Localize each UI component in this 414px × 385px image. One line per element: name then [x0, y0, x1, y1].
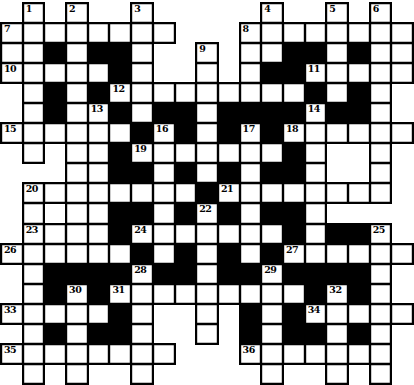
crossword-void	[391, 183, 413, 203]
crossword-cell-white[interactable]	[66, 304, 88, 324]
crossword-cell-black	[261, 244, 283, 264]
crossword-cell-black	[109, 324, 131, 344]
crossword-cell-white[interactable]	[370, 163, 392, 183]
crossword-void	[196, 23, 218, 43]
crossword-cell-white[interactable]	[370, 183, 392, 203]
crossword-void	[109, 3, 131, 23]
crossword-void	[283, 364, 305, 384]
crossword-cell-white[interactable]	[109, 344, 131, 364]
crossword-cell-black	[44, 43, 66, 63]
clue-number: 28	[132, 264, 153, 275]
crossword-cell-white[interactable]	[370, 244, 392, 264]
crossword-cell-white[interactable]	[23, 244, 45, 264]
crossword-cell-white[interactable]: 14	[305, 103, 327, 123]
crossword-cell-white[interactable]	[88, 23, 110, 43]
crossword-cell-black	[283, 324, 305, 344]
crossword-cell-white[interactable]	[370, 304, 392, 324]
crossword-cell-white[interactable]	[348, 23, 370, 43]
crossword-void	[218, 304, 240, 324]
crossword-cell-white[interactable]	[348, 123, 370, 143]
crossword-cell-white[interactable]	[131, 43, 153, 63]
crossword-cell-white[interactable]	[66, 224, 88, 244]
crossword-cell-white[interactable]	[196, 63, 218, 83]
crossword-cell-white[interactable]	[261, 143, 283, 163]
crossword-cell-black	[305, 43, 327, 63]
crossword-cell-white[interactable]	[66, 143, 88, 163]
crossword-cell-black	[109, 224, 131, 244]
crossword-cell-white[interactable]	[196, 264, 218, 284]
crossword-cell-white[interactable]	[153, 344, 175, 364]
crossword-cell-white[interactable]	[326, 63, 348, 83]
crossword-void	[175, 304, 197, 324]
crossword-cell-white[interactable]	[44, 344, 66, 364]
crossword-cell-white[interactable]	[391, 304, 413, 324]
crossword-cell-white[interactable]	[88, 63, 110, 83]
crossword-cell-white[interactable]	[370, 344, 392, 364]
crossword-cell-white[interactable]	[44, 244, 66, 264]
crossword-cell-white[interactable]	[66, 364, 88, 384]
crossword-cell-white[interactable]	[196, 224, 218, 244]
clue-number: 24	[132, 224, 153, 235]
crossword-cell-white[interactable]	[261, 23, 283, 43]
crossword-cell-white[interactable]	[261, 43, 283, 63]
crossword-cell-white[interactable]	[131, 304, 153, 324]
crossword-cell-white[interactable]	[44, 304, 66, 324]
crossword-cell-white[interactable]	[305, 203, 327, 223]
crossword-cell-white[interactable]	[175, 183, 197, 203]
crossword-cell-white[interactable]	[240, 43, 262, 63]
crossword-cell-white[interactable]	[44, 63, 66, 83]
crossword-cell-black	[175, 244, 197, 264]
crossword-cell-white[interactable]	[240, 203, 262, 223]
crossword-cell-white[interactable]	[348, 344, 370, 364]
crossword-cell-white[interactable]	[23, 264, 45, 284]
crossword-cell-white[interactable]	[88, 203, 110, 223]
crossword-cell-white[interactable]: 20	[23, 183, 45, 203]
crossword-cell-white[interactable]: 18	[283, 123, 305, 143]
crossword-cell-white[interactable]	[391, 244, 413, 264]
crossword-cell-white[interactable]	[305, 23, 327, 43]
clue-number: 5	[327, 3, 348, 14]
crossword-cell-white[interactable]	[175, 284, 197, 304]
crossword-void	[391, 264, 413, 284]
crossword-cell-white[interactable]: 35	[1, 344, 23, 364]
crossword-void	[175, 344, 197, 364]
crossword-cell-white[interactable]	[153, 183, 175, 203]
crossword-cell-white[interactable]: 3	[131, 3, 153, 23]
crossword-cell-white[interactable]	[23, 43, 45, 63]
crossword-cell-white[interactable]	[153, 244, 175, 264]
crossword-void	[1, 224, 23, 244]
crossword-cell-white[interactable]	[370, 364, 392, 384]
crossword-cell-white[interactable]	[44, 23, 66, 43]
crossword-void	[391, 344, 413, 364]
crossword-void	[391, 324, 413, 344]
crossword-cell-white[interactable]	[283, 284, 305, 304]
crossword-cell-black	[218, 264, 240, 284]
crossword-cell-white[interactable]	[348, 63, 370, 83]
crossword-cell-white[interactable]	[370, 264, 392, 284]
crossword-cell-white[interactable]	[240, 163, 262, 183]
crossword-cell-white[interactable]: 23	[23, 224, 45, 244]
crossword-cell-black	[175, 163, 197, 183]
crossword-cell-white[interactable]	[88, 244, 110, 264]
crossword-cell-white[interactable]	[153, 224, 175, 244]
crossword-cell-white[interactable]: 24	[131, 224, 153, 244]
crossword-cell-white[interactable]	[88, 143, 110, 163]
crossword-cell-white[interactable]	[23, 364, 45, 384]
crossword-void	[391, 3, 413, 23]
crossword-void	[109, 364, 131, 384]
crossword-cell-white[interactable]	[88, 123, 110, 143]
crossword-cell-black	[153, 103, 175, 123]
crossword-cell-white[interactable]	[196, 123, 218, 143]
crossword-cell-white[interactable]	[88, 344, 110, 364]
crossword-cell-white[interactable]	[66, 203, 88, 223]
crossword-cell-white[interactable]	[131, 103, 153, 123]
crossword-cell-white[interactable]	[44, 224, 66, 244]
crossword-cell-black	[109, 63, 131, 83]
crossword-cell-white[interactable]	[153, 284, 175, 304]
crossword-void	[391, 143, 413, 163]
clue-number: 6	[371, 3, 392, 14]
crossword-void	[305, 3, 327, 23]
crossword-void	[196, 3, 218, 23]
crossword-cell-white[interactable]	[23, 23, 45, 43]
crossword-void	[1, 3, 23, 23]
crossword-cell-white[interactable]	[370, 143, 392, 163]
crossword-cell-white[interactable]	[326, 123, 348, 143]
crossword-cell-white[interactable]: 26	[1, 244, 23, 264]
crossword-void	[1, 103, 23, 123]
crossword-cell-white[interactable]	[391, 63, 413, 83]
crossword-cell-white[interactable]	[261, 344, 283, 364]
crossword-cell-white[interactable]: 9	[196, 43, 218, 63]
crossword-cell-white[interactable]	[175, 224, 197, 244]
crossword-cell-white[interactable]	[240, 183, 262, 203]
crossword-cell-black	[283, 264, 305, 284]
crossword-void	[196, 364, 218, 384]
crossword-cell-white[interactable]	[196, 103, 218, 123]
crossword-void	[1, 183, 23, 203]
crossword-cell-white[interactable]	[218, 143, 240, 163]
crossword-cell-white[interactable]	[326, 324, 348, 344]
crossword-cell-black	[305, 264, 327, 284]
crossword-cell-white[interactable]	[66, 83, 88, 103]
crossword-cell-white[interactable]	[23, 344, 45, 364]
crossword-cell-white[interactable]	[88, 224, 110, 244]
crossword-cell-white[interactable]: 31	[109, 284, 131, 304]
crossword-cell-white[interactable]: 11	[305, 63, 327, 83]
crossword-cell-white[interactable]: 13	[88, 103, 110, 123]
crossword-cell-white[interactable]	[326, 244, 348, 264]
crossword-cell-white[interactable]	[66, 23, 88, 43]
clue-number: 19	[132, 143, 153, 154]
crossword-cell-white[interactable]	[66, 183, 88, 203]
crossword-void	[153, 304, 175, 324]
crossword-cell-black	[348, 224, 370, 244]
crossword-cell-white[interactable]: 29	[261, 264, 283, 284]
clue-number: 17	[241, 123, 262, 134]
crossword-cell-white[interactable]	[196, 143, 218, 163]
crossword-cell-white[interactable]	[326, 364, 348, 384]
crossword-cell-white[interactable]: 28	[131, 264, 153, 284]
crossword-cell-white[interactable]: 30	[66, 284, 88, 304]
clue-number: 3	[132, 3, 153, 14]
crossword-cell-white[interactable]	[109, 123, 131, 143]
crossword-void	[218, 63, 240, 83]
crossword-cell-black	[131, 244, 153, 264]
crossword-cell-white[interactable]	[370, 103, 392, 123]
crossword-cell-white[interactable]: 12	[109, 83, 131, 103]
crossword-void	[88, 364, 110, 384]
crossword-void	[240, 3, 262, 23]
crossword-cell-white[interactable]: 33	[1, 304, 23, 324]
crossword-cell-black	[348, 83, 370, 103]
crossword-void	[218, 324, 240, 344]
crossword-cell-white[interactable]	[348, 304, 370, 324]
crossword-cell-white[interactable]	[326, 304, 348, 324]
crossword-cell-white[interactable]	[66, 324, 88, 344]
crossword-void	[153, 63, 175, 83]
crossword-cell-white[interactable]	[283, 83, 305, 103]
crossword-cell-black	[218, 203, 240, 223]
crossword-cell-white[interactable]	[23, 304, 45, 324]
crossword-cell-white[interactable]	[261, 284, 283, 304]
crossword-cell-black	[283, 63, 305, 83]
crossword-cell-black	[348, 324, 370, 344]
crossword-cell-black	[88, 83, 110, 103]
crossword-cell-white[interactable]	[66, 43, 88, 63]
crossword-cell-white[interactable]	[370, 63, 392, 83]
crossword-board: 1234567891011121314151617181920212223242…	[1, 3, 413, 384]
crossword-cell-white[interactable]	[175, 143, 197, 163]
crossword-cell-white[interactable]: 21	[218, 183, 240, 203]
crossword-cell-white[interactable]	[391, 123, 413, 143]
crossword-cell-white[interactable]	[131, 364, 153, 384]
crossword-cell-white[interactable]	[305, 183, 327, 203]
crossword-cell-white[interactable]	[23, 123, 45, 143]
crossword-void	[348, 143, 370, 163]
crossword-cell-white[interactable]: 4	[261, 3, 283, 23]
crossword-cell-white[interactable]	[326, 43, 348, 63]
crossword-cell-white[interactable]	[305, 244, 327, 264]
crossword-cell-white[interactable]: 7	[1, 23, 23, 43]
crossword-cell-black	[240, 264, 262, 284]
crossword-cell-white[interactable]	[175, 83, 197, 103]
crossword-cell-white[interactable]	[109, 183, 131, 203]
crossword-cell-white[interactable]	[153, 143, 175, 163]
crossword-cell-white[interactable]	[218, 284, 240, 304]
crossword-cell-white[interactable]	[44, 183, 66, 203]
crossword-void	[175, 23, 197, 43]
crossword-cell-white[interactable]	[370, 83, 392, 103]
crossword-cell-white[interactable]	[196, 83, 218, 103]
crossword-cell-white[interactable]	[370, 23, 392, 43]
crossword-cell-white[interactable]	[261, 324, 283, 344]
crossword-void	[1, 83, 23, 103]
crossword-cell-white[interactable]	[109, 244, 131, 264]
crossword-cell-white[interactable]	[88, 163, 110, 183]
crossword-cell-white[interactable]	[305, 224, 327, 244]
crossword-cell-white[interactable]	[66, 244, 88, 264]
clue-number: 10	[2, 63, 23, 74]
crossword-cell-white[interactable]	[261, 183, 283, 203]
crossword-cell-white[interactable]	[196, 284, 218, 304]
crossword-cell-white[interactable]	[1, 43, 23, 63]
crossword-cell-black	[283, 103, 305, 123]
crossword-cell-white[interactable]	[196, 324, 218, 344]
crossword-cell-white[interactable]	[391, 23, 413, 43]
crossword-cell-white[interactable]	[44, 123, 66, 143]
crossword-cell-white[interactable]: 2	[66, 3, 88, 23]
crossword-cell-black	[261, 103, 283, 123]
crossword-cell-white[interactable]	[196, 244, 218, 264]
crossword-void	[348, 3, 370, 23]
crossword-cell-white[interactable]: 16	[153, 123, 175, 143]
crossword-cell-white[interactable]	[326, 83, 348, 103]
crossword-cell-white[interactable]	[240, 63, 262, 83]
crossword-void	[218, 344, 240, 364]
crossword-cell-white[interactable]: 10	[1, 63, 23, 83]
crossword-cell-white[interactable]	[326, 183, 348, 203]
crossword-cell-white[interactable]: 36	[240, 344, 262, 364]
clue-number: 23	[24, 224, 45, 235]
crossword-cell-white[interactable]	[240, 224, 262, 244]
crossword-cell-white[interactable]	[131, 23, 153, 43]
crossword-cell-white[interactable]	[23, 284, 45, 304]
crossword-cell-white[interactable]	[131, 63, 153, 83]
crossword-void	[391, 364, 413, 384]
crossword-cell-white[interactable]	[131, 344, 153, 364]
crossword-cell-white[interactable]	[261, 364, 283, 384]
crossword-void	[175, 63, 197, 83]
crossword-cell-white[interactable]	[305, 143, 327, 163]
crossword-cell-white[interactable]	[326, 23, 348, 43]
crossword-void	[391, 284, 413, 304]
crossword-cell-white[interactable]: 27	[283, 244, 305, 264]
crossword-cell-white[interactable]	[391, 43, 413, 63]
crossword-cell-white[interactable]	[283, 23, 305, 43]
crossword-cell-white[interactable]: 5	[326, 3, 348, 23]
crossword-cell-white[interactable]: 17	[240, 123, 262, 143]
crossword-cell-white[interactable]	[370, 324, 392, 344]
crossword-cell-white[interactable]: 1	[23, 3, 45, 23]
crossword-cell-white[interactable]	[153, 23, 175, 43]
crossword-cell-white[interactable]	[23, 143, 45, 163]
crossword-cell-black	[109, 203, 131, 223]
crossword-cell-white[interactable]	[261, 83, 283, 103]
crossword-cell-white[interactable]	[131, 83, 153, 103]
clue-number: 31	[110, 284, 131, 295]
crossword-cell-white[interactable]	[305, 123, 327, 143]
crossword-cell-white[interactable]	[23, 103, 45, 123]
crossword-cell-black	[109, 264, 131, 284]
crossword-void	[44, 364, 66, 384]
crossword-cell-white[interactable]	[305, 344, 327, 364]
crossword-cell-white[interactable]	[131, 324, 153, 344]
crossword-cell-white[interactable]	[66, 344, 88, 364]
clue-number: 32	[327, 284, 348, 295]
crossword-cell-white[interactable]	[66, 63, 88, 83]
crossword-cell-black	[240, 103, 262, 123]
crossword-void	[88, 3, 110, 23]
crossword-cell-white[interactable]	[305, 163, 327, 183]
crossword-cell-white[interactable]	[88, 183, 110, 203]
crossword-void	[391, 203, 413, 223]
crossword-cell-white[interactable]	[23, 324, 45, 344]
crossword-cell-white[interactable]	[218, 224, 240, 244]
crossword-cell-white[interactable]	[23, 83, 45, 103]
crossword-cell-white[interactable]	[23, 63, 45, 83]
crossword-cell-white[interactable]	[370, 123, 392, 143]
crossword-cell-white[interactable]: 6	[370, 3, 392, 23]
crossword-void	[218, 3, 240, 23]
crossword-cell-black	[348, 43, 370, 63]
crossword-cell-black	[283, 163, 305, 183]
crossword-void	[1, 324, 23, 344]
crossword-cell-white[interactable]	[153, 163, 175, 183]
crossword-void	[326, 143, 348, 163]
crossword-cell-white[interactable]: 34	[305, 304, 327, 324]
crossword-cell-white[interactable]	[131, 183, 153, 203]
crossword-cell-white[interactable]	[153, 83, 175, 103]
crossword-cell-white[interactable]	[66, 123, 88, 143]
crossword-cell-white[interactable]	[283, 344, 305, 364]
crossword-void	[44, 3, 66, 23]
crossword-cell-white[interactable]	[196, 304, 218, 324]
crossword-cell-white[interactable]	[131, 284, 153, 304]
crossword-cell-white[interactable]	[261, 304, 283, 324]
crossword-cell-white[interactable]	[370, 43, 392, 63]
crossword-cell-white[interactable]	[66, 163, 88, 183]
crossword-cell-white[interactable]	[348, 183, 370, 203]
crossword-cell-white[interactable]	[88, 304, 110, 324]
crossword-cell-white[interactable]	[23, 203, 45, 223]
crossword-cell-white[interactable]	[196, 163, 218, 183]
crossword-cell-white[interactable]: 8	[240, 23, 262, 43]
crossword-cell-white[interactable]	[240, 284, 262, 304]
crossword-cell-white[interactable]: 15	[1, 123, 23, 143]
crossword-cell-white[interactable]	[218, 83, 240, 103]
crossword-cell-white[interactable]: 22	[196, 203, 218, 223]
crossword-void	[196, 344, 218, 364]
crossword-cell-white[interactable]	[153, 203, 175, 223]
crossword-cell-white[interactable]: 32	[326, 284, 348, 304]
crossword-cell-black	[175, 103, 197, 123]
crossword-cell-white[interactable]	[240, 244, 262, 264]
crossword-cell-white[interactable]	[109, 23, 131, 43]
crossword-cell-white[interactable]	[261, 224, 283, 244]
crossword-cell-black	[44, 264, 66, 284]
crossword-cell-white[interactable]	[326, 344, 348, 364]
crossword-cell-white[interactable]	[283, 183, 305, 203]
crossword-cell-black	[261, 203, 283, 223]
crossword-cell-white[interactable]	[370, 284, 392, 304]
crossword-cell-white[interactable]	[66, 103, 88, 123]
crossword-cell-white[interactable]	[348, 244, 370, 264]
crossword-cell-black	[261, 123, 283, 143]
crossword-void	[240, 364, 262, 384]
crossword-cell-black	[283, 304, 305, 324]
crossword-cell-white[interactable]	[240, 143, 262, 163]
crossword-cell-black	[109, 304, 131, 324]
crossword-cell-black	[261, 63, 283, 83]
crossword-cell-white[interactable]: 25	[370, 224, 392, 244]
crossword-void	[391, 224, 413, 244]
crossword-cell-white[interactable]: 19	[131, 143, 153, 163]
crossword-cell-white[interactable]	[240, 83, 262, 103]
